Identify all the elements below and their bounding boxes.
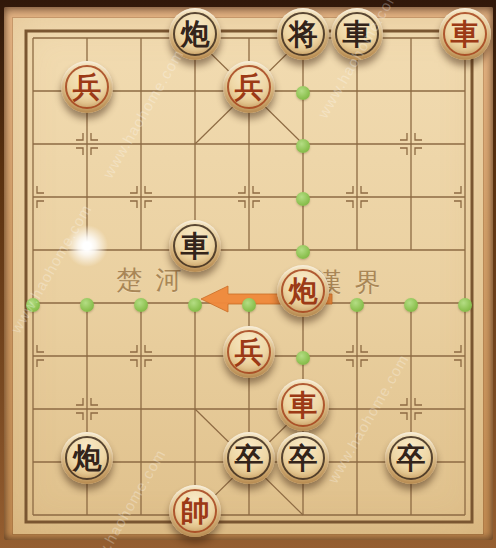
move-hint-dot[interactable] bbox=[296, 192, 310, 206]
piece-red-chariot[interactable]: 車 bbox=[277, 379, 329, 431]
piece-red-soldier[interactable]: 兵 bbox=[223, 326, 275, 378]
piece-red-chariot[interactable]: 車 bbox=[439, 8, 491, 60]
piece-black-general[interactable]: 将 bbox=[277, 8, 329, 60]
piece-red-soldier[interactable]: 兵 bbox=[61, 61, 113, 113]
piece-red-general[interactable]: 帥 bbox=[169, 485, 221, 537]
move-hint-dot[interactable] bbox=[188, 298, 202, 312]
move-hint-dot[interactable] bbox=[350, 298, 364, 312]
move-hint-dot[interactable] bbox=[26, 298, 40, 312]
piece-black-soldier[interactable]: 卒 bbox=[277, 432, 329, 484]
piece-black-chariot[interactable]: 車 bbox=[169, 220, 221, 272]
move-hint-dot[interactable] bbox=[80, 298, 94, 312]
piece-red-soldier[interactable]: 兵 bbox=[223, 61, 275, 113]
move-hint-dot[interactable] bbox=[296, 86, 310, 100]
move-hint-dot[interactable] bbox=[296, 245, 310, 259]
move-hint-dot[interactable] bbox=[242, 298, 256, 312]
move-hint-dot[interactable] bbox=[296, 139, 310, 153]
piece-red-cannon[interactable]: 炮 bbox=[277, 265, 329, 317]
move-hint-dot[interactable] bbox=[458, 298, 472, 312]
piece-black-chariot[interactable]: 車 bbox=[331, 8, 383, 60]
piece-black-soldier[interactable]: 卒 bbox=[385, 432, 437, 484]
xiangqi-board: 楚河 漢界 炮将車車兵兵車炮兵車炮卒卒卒帥 www.haohome.comwww… bbox=[0, 0, 496, 548]
piece-black-cannon[interactable]: 炮 bbox=[169, 8, 221, 60]
piece-black-cannon[interactable]: 炮 bbox=[61, 432, 113, 484]
move-hint-dot[interactable] bbox=[296, 351, 310, 365]
move-hint-dot[interactable] bbox=[134, 298, 148, 312]
move-hint-dot[interactable] bbox=[404, 298, 418, 312]
piece-black-soldier[interactable]: 卒 bbox=[223, 432, 275, 484]
